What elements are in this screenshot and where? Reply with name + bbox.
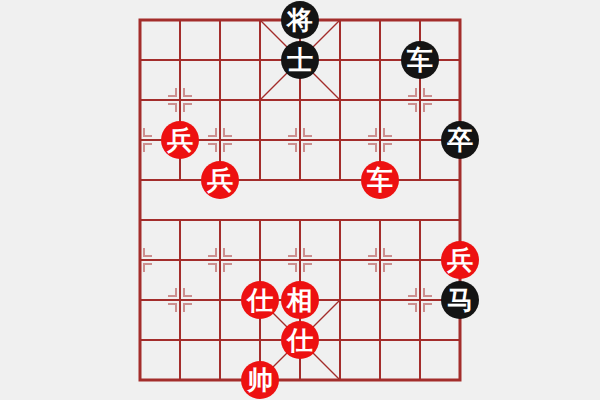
red-soldier-b3[interactable]: 兵 bbox=[161, 121, 199, 159]
black-horse[interactable]: 马 bbox=[441, 281, 479, 319]
red-soldier-c4[interactable]: 兵 bbox=[201, 161, 239, 199]
black-advisor[interactable]: 士 bbox=[281, 41, 319, 79]
xiangqi-board: 将士车卒马兵兵车兵仕相仕帅 bbox=[0, 0, 600, 400]
piece-layer: 将士车卒马兵兵车兵仕相仕帅 bbox=[120, 0, 480, 400]
red-advisor-d7[interactable]: 仕 bbox=[241, 281, 279, 319]
black-soldier[interactable]: 卒 bbox=[441, 121, 479, 159]
red-advisor-e8[interactable]: 仕 bbox=[281, 321, 319, 359]
red-chariot[interactable]: 车 bbox=[361, 161, 399, 199]
black-general[interactable]: 将 bbox=[281, 1, 319, 39]
red-elephant[interactable]: 相 bbox=[281, 281, 319, 319]
black-chariot[interactable]: 车 bbox=[401, 41, 439, 79]
red-soldier-i6[interactable]: 兵 bbox=[441, 241, 479, 279]
red-general[interactable]: 帅 bbox=[241, 361, 279, 399]
